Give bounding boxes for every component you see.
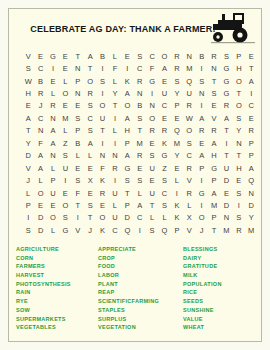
- grid-cell[interactable]: T: [84, 212, 96, 224]
- grid-cell[interactable]: I: [171, 187, 183, 199]
- word-item[interactable]: AGRICULTURE: [16, 245, 71, 254]
- grid-cell[interactable]: A: [220, 112, 232, 124]
- grid-cell[interactable]: I: [109, 174, 121, 186]
- grid-cell[interactable]: C: [34, 62, 46, 74]
- grid-cell[interactable]: N: [34, 125, 46, 137]
- word-item[interactable]: CORN: [16, 254, 71, 263]
- grid-cell[interactable]: R: [96, 187, 108, 199]
- grid-cell[interactable]: L: [72, 150, 84, 162]
- grid-cell[interactable]: P: [208, 212, 220, 224]
- grid-cell[interactable]: L: [47, 162, 59, 174]
- grid-cell[interactable]: M: [220, 224, 232, 236]
- grid-cell[interactable]: C: [134, 62, 146, 74]
- grid-cell[interactable]: M: [134, 137, 146, 149]
- grid-cell[interactable]: V: [22, 50, 34, 62]
- grid-cell[interactable]: P: [245, 137, 257, 149]
- grid-cell[interactable]: E: [134, 162, 146, 174]
- grid-cell[interactable]: T: [208, 224, 220, 236]
- grid-cell[interactable]: D: [34, 212, 46, 224]
- grid-cell[interactable]: S: [233, 187, 245, 199]
- grid-cell[interactable]: A: [84, 50, 96, 62]
- grid-cell[interactable]: Y: [233, 125, 245, 137]
- grid-cell[interactable]: N: [233, 137, 245, 149]
- word-item[interactable]: CROP: [98, 254, 159, 263]
- grid-cell[interactable]: Y: [171, 150, 183, 162]
- grid-cell[interactable]: N: [72, 87, 84, 99]
- grid-cell[interactable]: I: [195, 199, 207, 211]
- grid-cell[interactable]: F: [34, 137, 46, 149]
- grid-cell[interactable]: N: [220, 212, 232, 224]
- grid-cell[interactable]: M: [171, 137, 183, 149]
- word-item[interactable]: MILK: [183, 271, 222, 280]
- grid-cell[interactable]: E: [34, 199, 46, 211]
- grid-cell[interactable]: N: [183, 50, 195, 62]
- grid-cell[interactable]: I: [195, 62, 207, 74]
- grid-cell[interactable]: F: [72, 187, 84, 199]
- grid-cell[interactable]: A: [121, 150, 133, 162]
- grid-cell[interactable]: E: [47, 199, 59, 211]
- grid-cell[interactable]: N: [47, 150, 59, 162]
- grid-cell[interactable]: G: [121, 162, 133, 174]
- grid-cell[interactable]: I: [59, 174, 71, 186]
- grid-cell[interactable]: S: [134, 112, 146, 124]
- grid-cell[interactable]: P: [121, 137, 133, 149]
- grid-cell[interactable]: S: [220, 50, 232, 62]
- grid-cell[interactable]: E: [34, 50, 46, 62]
- grid-cell[interactable]: F: [96, 162, 108, 174]
- grid-cell[interactable]: A: [121, 112, 133, 124]
- word-item[interactable]: DAIRY: [183, 254, 222, 263]
- grid-cell[interactable]: X: [84, 174, 96, 186]
- grid-cell[interactable]: E: [245, 112, 257, 124]
- grid-cell[interactable]: S: [146, 224, 158, 236]
- grid-cell[interactable]: W: [22, 75, 34, 87]
- grid-cell[interactable]: G: [220, 87, 232, 99]
- grid-cell[interactable]: I: [96, 62, 108, 74]
- grid-cell[interactable]: T: [134, 125, 146, 137]
- grid-cell[interactable]: W: [183, 112, 195, 124]
- grid-cell[interactable]: T: [233, 150, 245, 162]
- grid-cell[interactable]: E: [208, 100, 220, 112]
- word-item[interactable]: RAIN: [16, 288, 71, 297]
- grid-cell[interactable]: S: [72, 174, 84, 186]
- grid-cell[interactable]: R: [134, 150, 146, 162]
- grid-cell[interactable]: S: [59, 212, 71, 224]
- grid-cell[interactable]: Q: [121, 224, 133, 236]
- grid-cell[interactable]: T: [245, 62, 257, 74]
- grid-cell[interactable]: X: [183, 212, 195, 224]
- grid-cell[interactable]: S: [134, 50, 146, 62]
- grid-cell[interactable]: N: [195, 87, 207, 99]
- grid-cell[interactable]: L: [47, 224, 59, 236]
- grid-cell[interactable]: U: [146, 187, 158, 199]
- grid-cell[interactable]: E: [233, 174, 245, 186]
- grid-cell[interactable]: O: [121, 100, 133, 112]
- grid-cell[interactable]: T: [233, 87, 245, 99]
- grid-cell[interactable]: V: [208, 112, 220, 124]
- grid-cell[interactable]: K: [171, 212, 183, 224]
- grid-cell[interactable]: U: [158, 87, 170, 99]
- grid-cell[interactable]: G: [59, 224, 71, 236]
- grid-cell[interactable]: S: [171, 75, 183, 87]
- grid-cell[interactable]: S: [22, 62, 34, 74]
- grid-cell[interactable]: R: [47, 100, 59, 112]
- grid-cell[interactable]: T: [109, 100, 121, 112]
- word-item[interactable]: GRATITUDE: [183, 262, 222, 271]
- grid-cell[interactable]: B: [134, 100, 146, 112]
- grid-cell[interactable]: D: [220, 174, 232, 186]
- grid-cell[interactable]: I: [72, 212, 84, 224]
- word-item[interactable]: RYE: [16, 297, 71, 306]
- grid-cell[interactable]: Q: [171, 125, 183, 137]
- grid-cell[interactable]: L: [47, 87, 59, 99]
- grid-cell[interactable]: I: [109, 112, 121, 124]
- word-item[interactable]: VEGETABLES: [16, 323, 71, 332]
- grid-cell[interactable]: P: [47, 174, 59, 186]
- grid-cell[interactable]: S: [233, 112, 245, 124]
- grid-cell[interactable]: C: [84, 112, 96, 124]
- grid-cell[interactable]: B: [34, 75, 46, 87]
- grid-cell[interactable]: C: [134, 212, 146, 224]
- grid-cell[interactable]: E: [59, 50, 71, 62]
- grid-cell[interactable]: E: [171, 112, 183, 124]
- grid-cell[interactable]: S: [158, 174, 170, 186]
- grid-cell[interactable]: V: [22, 162, 34, 174]
- grid-cell[interactable]: U: [59, 162, 71, 174]
- word-item[interactable]: POPULATION: [183, 280, 222, 289]
- word-item[interactable]: SEEDS: [183, 297, 222, 306]
- grid-cell[interactable]: L: [109, 125, 121, 137]
- grid-cell[interactable]: I: [96, 137, 108, 149]
- grid-cell[interactable]: A: [84, 137, 96, 149]
- word-item[interactable]: RICE: [183, 288, 222, 297]
- grid-cell[interactable]: A: [208, 187, 220, 199]
- grid-cell[interactable]: R: [183, 162, 195, 174]
- grid-cell[interactable]: O: [183, 125, 195, 137]
- word-item[interactable]: PLANT: [98, 280, 159, 289]
- grid-cell[interactable]: R: [134, 75, 146, 87]
- grid-cell[interactable]: E: [158, 75, 170, 87]
- grid-cell[interactable]: N: [134, 87, 146, 99]
- grid-cell[interactable]: L: [183, 199, 195, 211]
- grid-cell[interactable]: I: [96, 87, 108, 99]
- grid-cell[interactable]: A: [195, 150, 207, 162]
- word-item[interactable]: STAPLES: [98, 306, 159, 315]
- grid-cell[interactable]: E: [84, 162, 96, 174]
- grid-cell[interactable]: U: [109, 187, 121, 199]
- grid-cell[interactable]: L: [34, 174, 46, 186]
- grid-cell[interactable]: B: [96, 50, 108, 62]
- grid-cell[interactable]: G: [47, 50, 59, 62]
- grid-cell[interactable]: E: [146, 174, 158, 186]
- grid-cell[interactable]: A: [47, 137, 59, 149]
- grid-cell[interactable]: E: [72, 162, 84, 174]
- grid-cell[interactable]: P: [72, 125, 84, 137]
- grid-cell[interactable]: S: [233, 212, 245, 224]
- grid-cell[interactable]: R: [84, 87, 96, 99]
- grid-cell[interactable]: A: [34, 150, 46, 162]
- grid-cell[interactable]: Y: [245, 212, 257, 224]
- grid-cell[interactable]: A: [134, 199, 146, 211]
- grid-cell[interactable]: U: [47, 187, 59, 199]
- grid-cell[interactable]: I: [146, 87, 158, 99]
- grid-cell[interactable]: S: [72, 112, 84, 124]
- grid-cell[interactable]: L: [109, 199, 121, 211]
- grid-cell[interactable]: G: [220, 62, 232, 74]
- word-item[interactable]: SUPERMARKETS: [16, 315, 71, 324]
- grid-cell[interactable]: Z: [59, 137, 71, 149]
- grid-cell[interactable]: E: [158, 112, 170, 124]
- grid-cell[interactable]: T: [220, 150, 232, 162]
- grid-cell[interactable]: Q: [183, 75, 195, 87]
- word-item[interactable]: SCIENTIFICFARMING: [98, 297, 159, 306]
- grid-cell[interactable]: E: [47, 75, 59, 87]
- grid-cell[interactable]: R: [183, 100, 195, 112]
- grid-cell[interactable]: P: [22, 199, 34, 211]
- grid-cell[interactable]: B: [72, 137, 84, 149]
- grid-cell[interactable]: O: [84, 75, 96, 87]
- grid-cell[interactable]: T: [121, 187, 133, 199]
- grid-cell[interactable]: L: [84, 150, 96, 162]
- grid-cell[interactable]: C: [245, 100, 257, 112]
- grid-cell[interactable]: H: [233, 62, 245, 74]
- grid-cell[interactable]: P: [245, 150, 257, 162]
- grid-cell[interactable]: G: [146, 75, 158, 87]
- grid-cell[interactable]: V: [183, 174, 195, 186]
- grid-cell[interactable]: Y: [171, 87, 183, 99]
- grid-cell[interactable]: T: [22, 125, 34, 137]
- grid-cell[interactable]: R: [245, 125, 257, 137]
- grid-cell[interactable]: T: [72, 50, 84, 62]
- grid-cell[interactable]: G: [220, 75, 232, 87]
- grid-cell[interactable]: L: [146, 212, 158, 224]
- grid-cell[interactable]: L: [171, 174, 183, 186]
- grid-cell[interactable]: S: [84, 125, 96, 137]
- grid-cell[interactable]: S: [59, 150, 71, 162]
- grid-cell[interactable]: E: [171, 162, 183, 174]
- grid-cell[interactable]: C: [158, 187, 170, 199]
- grid-cell[interactable]: F: [109, 62, 121, 74]
- grid-cell[interactable]: E: [59, 62, 71, 74]
- grid-cell[interactable]: D: [220, 199, 232, 211]
- grid-cell[interactable]: E: [96, 199, 108, 211]
- grid-cell[interactable]: O: [146, 112, 158, 124]
- grid-cell[interactable]: J: [34, 100, 46, 112]
- word-item[interactable]: VALUE: [183, 315, 222, 324]
- grid-cell[interactable]: A: [195, 112, 207, 124]
- grid-cell[interactable]: N: [96, 150, 108, 162]
- grid-cell[interactable]: K: [121, 75, 133, 87]
- grid-cell[interactable]: S: [146, 150, 158, 162]
- grid-cell[interactable]: I: [47, 62, 59, 74]
- grid-cell[interactable]: T: [208, 75, 220, 87]
- grid-cell[interactable]: I: [121, 62, 133, 74]
- grid-cell[interactable]: S: [208, 87, 220, 99]
- grid-cell[interactable]: P: [171, 224, 183, 236]
- grid-cell[interactable]: R: [195, 125, 207, 137]
- grid-cell[interactable]: E: [22, 100, 34, 112]
- grid-cell[interactable]: A: [158, 62, 170, 74]
- grid-cell[interactable]: I: [22, 212, 34, 224]
- grid-cell[interactable]: M: [245, 224, 257, 236]
- grid-cell[interactable]: S: [96, 75, 108, 87]
- grid-cell[interactable]: Y: [22, 137, 34, 149]
- grid-cell[interactable]: N: [245, 187, 257, 199]
- grid-cell[interactable]: S: [121, 174, 133, 186]
- grid-cell[interactable]: U: [109, 212, 121, 224]
- grid-cell[interactable]: E: [59, 100, 71, 112]
- grid-cell[interactable]: L: [22, 187, 34, 199]
- grid-cell[interactable]: G: [195, 187, 207, 199]
- grid-cell[interactable]: T: [96, 125, 108, 137]
- word-item[interactable]: BLESSINGS: [183, 245, 222, 254]
- grid-cell[interactable]: D: [245, 199, 257, 211]
- word-item[interactable]: HARVEST: [16, 271, 71, 280]
- grid-cell[interactable]: S: [84, 100, 96, 112]
- grid-cell[interactable]: O: [59, 87, 71, 99]
- grid-cell[interactable]: P: [72, 75, 84, 87]
- grid-cell[interactable]: S: [158, 199, 170, 211]
- grid-cell[interactable]: Q: [158, 224, 170, 236]
- grid-cell[interactable]: U: [183, 87, 195, 99]
- grid-cell[interactable]: R: [146, 125, 158, 137]
- grid-cell[interactable]: A: [47, 125, 59, 137]
- grid-cell[interactable]: B: [195, 50, 207, 62]
- grid-cell[interactable]: R: [183, 187, 195, 199]
- grid-cell[interactable]: S: [134, 174, 146, 186]
- grid-cell[interactable]: E: [84, 187, 96, 199]
- grid-cell[interactable]: C: [146, 50, 158, 62]
- word-item[interactable]: SUNSHINE: [183, 306, 222, 315]
- word-item[interactable]: FOOD: [98, 262, 159, 271]
- grid-cell[interactable]: A: [34, 162, 46, 174]
- grid-cell[interactable]: N: [72, 62, 84, 74]
- grid-cell[interactable]: E: [121, 50, 133, 62]
- grid-cell[interactable]: L: [134, 187, 146, 199]
- grid-cell[interactable]: H: [121, 125, 133, 137]
- grid-cell[interactable]: N: [208, 62, 220, 74]
- grid-cell[interactable]: T: [72, 199, 84, 211]
- grid-cell[interactable]: T: [146, 199, 158, 211]
- grid-cell[interactable]: Q: [245, 174, 257, 186]
- grid-cell[interactable]: T: [84, 62, 96, 74]
- grid-cell[interactable]: L: [158, 212, 170, 224]
- grid-cell[interactable]: I: [195, 174, 207, 186]
- grid-cell[interactable]: S: [84, 199, 96, 211]
- grid-cell[interactable]: P: [171, 100, 183, 112]
- grid-cell[interactable]: I: [245, 87, 257, 99]
- grid-cell[interactable]: O: [233, 75, 245, 87]
- grid-cell[interactable]: H: [208, 150, 220, 162]
- grid-cell[interactable]: S: [183, 137, 195, 149]
- grid-cell[interactable]: M: [183, 62, 195, 74]
- grid-cell[interactable]: R: [233, 224, 245, 236]
- grid-cell[interactable]: S: [195, 75, 207, 87]
- grid-cell[interactable]: P: [208, 174, 220, 186]
- grid-cell[interactable]: O: [195, 212, 207, 224]
- grid-cell[interactable]: C: [158, 100, 170, 112]
- grid-cell[interactable]: K: [96, 174, 108, 186]
- grid-cell[interactable]: O: [96, 212, 108, 224]
- word-item[interactable]: WHEAT: [183, 323, 222, 332]
- grid-cell[interactable]: N: [109, 150, 121, 162]
- grid-cell[interactable]: R: [171, 62, 183, 74]
- grid-cell[interactable]: C: [183, 150, 195, 162]
- grid-cell[interactable]: N: [47, 112, 59, 124]
- grid-cell[interactable]: M: [59, 112, 71, 124]
- word-item[interactable]: SOW: [16, 306, 71, 315]
- grid-cell[interactable]: F: [146, 62, 158, 74]
- grid-cell[interactable]: D: [121, 212, 133, 224]
- grid-cell[interactable]: E: [195, 137, 207, 149]
- grid-cell[interactable]: G: [158, 150, 170, 162]
- grid-cell[interactable]: A: [121, 87, 133, 99]
- grid-cell[interactable]: J: [22, 174, 34, 186]
- grid-cell[interactable]: I: [109, 137, 121, 149]
- word-item[interactable]: SURPLUS: [98, 315, 159, 324]
- grid-cell[interactable]: C: [34, 112, 46, 124]
- grid-cell[interactable]: U: [96, 112, 108, 124]
- grid-cell[interactable]: S: [22, 224, 34, 236]
- grid-cell[interactable]: R: [208, 50, 220, 62]
- grid-cell[interactable]: P: [195, 162, 207, 174]
- grid-cell[interactable]: E: [72, 100, 84, 112]
- grid-cell[interactable]: V: [72, 224, 84, 236]
- grid-cell[interactable]: A: [245, 75, 257, 87]
- grid-cell[interactable]: N: [146, 100, 158, 112]
- grid-cell[interactable]: I: [134, 224, 146, 236]
- grid-cell[interactable]: R: [34, 87, 46, 99]
- grid-cell[interactable]: K: [158, 137, 170, 149]
- grid-cell[interactable]: R: [109, 162, 121, 174]
- word-item[interactable]: APPRECIATE: [98, 245, 159, 254]
- grid-cell[interactable]: K: [96, 224, 108, 236]
- grid-cell[interactable]: K: [171, 199, 183, 211]
- grid-cell[interactable]: O: [96, 100, 108, 112]
- grid-cell[interactable]: O: [158, 50, 170, 62]
- word-item[interactable]: LABOR: [98, 271, 159, 280]
- grid-cell[interactable]: Z: [158, 162, 170, 174]
- grid-cell[interactable]: L: [109, 50, 121, 62]
- grid-cell[interactable]: R: [158, 125, 170, 137]
- grid-cell[interactable]: U: [146, 162, 158, 174]
- grid-cell[interactable]: M: [208, 199, 220, 211]
- grid-cell[interactable]: R: [171, 50, 183, 62]
- grid-cell[interactable]: Y: [109, 87, 121, 99]
- grid-cell[interactable]: L: [109, 75, 121, 87]
- grid-cell[interactable]: I: [220, 137, 232, 149]
- grid-cell[interactable]: A: [245, 162, 257, 174]
- grid-cell[interactable]: P: [121, 199, 133, 211]
- grid-cell[interactable]: A: [208, 137, 220, 149]
- grid-cell[interactable]: R: [208, 125, 220, 137]
- grid-cell[interactable]: O: [59, 199, 71, 211]
- word-item[interactable]: FARMERS: [16, 262, 71, 271]
- grid-cell[interactable]: E: [245, 50, 257, 62]
- grid-cell[interactable]: H: [22, 87, 34, 99]
- grid-cell[interactable]: I: [233, 199, 245, 211]
- grid-cell[interactable]: J: [195, 224, 207, 236]
- grid-cell[interactable]: T: [220, 125, 232, 137]
- grid-cell[interactable]: I: [195, 100, 207, 112]
- grid-cell[interactable]: E: [146, 137, 158, 149]
- grid-cell[interactable]: U: [220, 162, 232, 174]
- grid-cell[interactable]: O: [47, 212, 59, 224]
- grid-cell[interactable]: J: [84, 224, 96, 236]
- grid-cell[interactable]: G: [208, 162, 220, 174]
- grid-cell[interactable]: V: [183, 224, 195, 236]
- grid-cell[interactable]: L: [59, 75, 71, 87]
